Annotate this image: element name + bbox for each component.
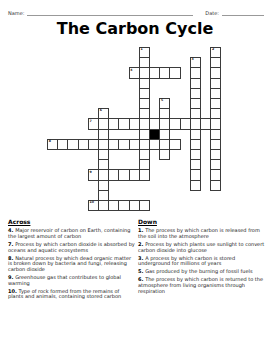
clue-number-9: 9 [89,171,91,174]
grid-cell[interactable] [210,180,221,191]
crossword-board: 12345678910 [47,47,223,212]
clue-across-10: 10. Type of rock formed from the remains… [8,289,135,301]
grid-cell[interactable] [139,200,150,211]
clue-number-3: 3 [191,58,193,61]
date-label: Date: [205,10,219,16]
clues-section: Across 4. Major reservoir of carbon on E… [8,219,268,302]
clue-number-6: 6 [100,109,102,112]
clue-text: The process by which carbon is released … [138,227,260,239]
clue-text: Greenhouse gas that contributes to globa… [8,274,121,286]
page-title: The Carbon Cycle [0,19,270,38]
name-label: Name: [8,10,24,16]
clue-down-2: 2. Process by which plants use sunlight … [138,242,268,254]
date-blank-line [222,10,264,16]
grid-cell[interactable] [169,67,180,78]
down-clues: Down 1. The process by which carbon is r… [138,219,268,302]
clue-text: Process by which plants use sunlight to … [138,241,264,253]
clue-down-3: 3. A process by which carbon is stored u… [138,256,268,268]
clue-number-1: 1 [140,48,142,51]
clue-down-1: 1. The process by which carbon is releas… [138,228,268,240]
down-clue-list: 1. The process by which carbon is releas… [138,228,268,294]
clue-text: Gas produced by the burning of fossil fu… [145,268,252,274]
clue-number-4: 4 [130,69,132,72]
clue-across-8: 8. Natural process by which dead organic… [8,256,135,273]
clue-across-9: 9. Greenhouse gas that contributes to gl… [8,275,135,287]
name-blank-line [27,10,193,16]
clue-number-10: 10 [89,201,93,204]
clue-text: Natural process by which dead organic ma… [8,255,131,273]
down-header: Down [138,219,268,226]
clue-text: Process by which carbon dioxide is absor… [8,241,135,253]
clue-number-5: 5 [161,99,163,102]
clue-text: A process by which carbon is stored unde… [138,255,235,267]
across-header: Across [8,219,135,226]
across-clues: Across 4. Major reservoir of carbon on E… [8,219,135,302]
grid-cell[interactable] [169,139,180,150]
clue-across-4: 4. Major reservoir of carbon on Earth, c… [8,228,135,240]
grid-cell[interactable] [190,180,201,191]
clue-number-8: 8 [49,140,51,143]
clue-text: Type of rock formed from the remains of … [8,288,121,300]
grid-cell[interactable] [139,169,150,180]
clue-down-5: 5. Gas produced by the burning of fossil… [138,269,268,275]
worksheet-header: Name: Date: [8,10,264,16]
clue-text: The process by which carbon is returned … [138,276,263,294]
clue-across-7: 7. Process by which carbon dioxide is ab… [8,242,135,254]
across-clue-list: 4. Major reservoir of carbon on Earth, c… [8,228,135,300]
clue-text: Major reservoir of carbon on Earth, cont… [8,227,130,239]
clue-down-6: 6. The process by which carbon is return… [138,277,268,294]
clue-number-2: 2 [212,48,214,51]
grid-cell[interactable] [159,149,170,160]
clue-number-7: 7 [89,120,91,123]
worksheet-page: Name: Date: The Carbon Cycle 12345678910… [0,0,270,350]
